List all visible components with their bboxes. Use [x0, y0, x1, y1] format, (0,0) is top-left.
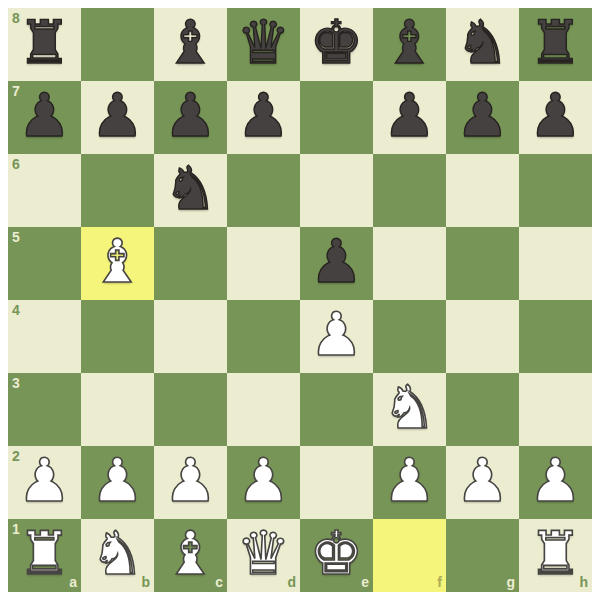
black-knight[interactable]: ♞ [456, 6, 510, 79]
white-pawn[interactable]: ♟ [456, 444, 510, 517]
square-d8[interactable]: ♛ [227, 8, 300, 81]
square-d2[interactable]: ♟ [227, 446, 300, 519]
black-bishop[interactable]: ♝ [164, 6, 218, 79]
square-g5[interactable] [446, 227, 519, 300]
square-b4[interactable] [81, 300, 154, 373]
white-rook[interactable]: ♜ [529, 517, 583, 590]
rank-label-3: 3 [12, 376, 20, 390]
square-a1[interactable]: 1a♜ [8, 519, 81, 592]
black-pawn[interactable]: ♟ [310, 225, 364, 298]
square-b2[interactable]: ♟ [81, 446, 154, 519]
file-label-g: g [506, 575, 515, 589]
black-rook[interactable]: ♜ [18, 6, 72, 79]
square-d7[interactable]: ♟ [227, 81, 300, 154]
white-pawn[interactable]: ♟ [18, 444, 72, 517]
square-e4[interactable]: ♟ [300, 300, 373, 373]
white-pawn[interactable]: ♟ [164, 444, 218, 517]
black-pawn[interactable]: ♟ [18, 79, 72, 152]
square-c7[interactable]: ♟ [154, 81, 227, 154]
square-f7[interactable]: ♟ [373, 81, 446, 154]
square-g2[interactable]: ♟ [446, 446, 519, 519]
black-rook[interactable]: ♜ [529, 6, 583, 79]
square-h7[interactable]: ♟ [519, 81, 592, 154]
black-pawn[interactable]: ♟ [164, 79, 218, 152]
white-pawn[interactable]: ♟ [91, 444, 145, 517]
square-c5[interactable] [154, 227, 227, 300]
white-queen[interactable]: ♛ [237, 517, 291, 590]
square-e2[interactable] [300, 446, 373, 519]
square-f5[interactable] [373, 227, 446, 300]
black-pawn[interactable]: ♟ [237, 79, 291, 152]
black-pawn[interactable]: ♟ [456, 79, 510, 152]
black-pawn[interactable]: ♟ [91, 79, 145, 152]
chess-board: 8♜♝♛♚♝♞♜7♟♟♟♟♟♟♟6♞5♝♟4♟3♞2♟♟♟♟♟♟♟1a♜b♞c♝… [8, 8, 592, 592]
square-b3[interactable] [81, 373, 154, 446]
square-d3[interactable] [227, 373, 300, 446]
square-b6[interactable] [81, 154, 154, 227]
square-g7[interactable]: ♟ [446, 81, 519, 154]
square-b8[interactable] [81, 8, 154, 81]
square-a6[interactable]: 6 [8, 154, 81, 227]
white-bishop[interactable]: ♝ [91, 225, 145, 298]
square-f6[interactable] [373, 154, 446, 227]
square-a8[interactable]: 8♜ [8, 8, 81, 81]
white-bishop[interactable]: ♝ [164, 517, 218, 590]
square-g8[interactable]: ♞ [446, 8, 519, 81]
square-f2[interactable]: ♟ [373, 446, 446, 519]
white-king[interactable]: ♚ [310, 517, 364, 590]
square-e7[interactable] [300, 81, 373, 154]
square-c3[interactable] [154, 373, 227, 446]
black-queen[interactable]: ♛ [237, 6, 291, 79]
white-pawn[interactable]: ♟ [529, 444, 583, 517]
white-pawn[interactable]: ♟ [383, 444, 437, 517]
square-h2[interactable]: ♟ [519, 446, 592, 519]
rank-label-4: 4 [12, 303, 20, 317]
rank-label-6: 6 [12, 157, 20, 171]
square-h3[interactable] [519, 373, 592, 446]
square-g4[interactable] [446, 300, 519, 373]
square-h6[interactable] [519, 154, 592, 227]
square-h5[interactable] [519, 227, 592, 300]
square-f4[interactable] [373, 300, 446, 373]
square-e5[interactable]: ♟ [300, 227, 373, 300]
square-e8[interactable]: ♚ [300, 8, 373, 81]
square-c4[interactable] [154, 300, 227, 373]
black-knight[interactable]: ♞ [164, 152, 218, 225]
square-d6[interactable] [227, 154, 300, 227]
square-d4[interactable] [227, 300, 300, 373]
square-d5[interactable] [227, 227, 300, 300]
square-d1[interactable]: d♛ [227, 519, 300, 592]
white-pawn[interactable]: ♟ [237, 444, 291, 517]
white-pawn[interactable]: ♟ [310, 298, 364, 371]
square-h4[interactable] [519, 300, 592, 373]
square-e1[interactable]: e♚ [300, 519, 373, 592]
square-c6[interactable]: ♞ [154, 154, 227, 227]
white-rook[interactable]: ♜ [18, 517, 72, 590]
square-g6[interactable] [446, 154, 519, 227]
square-c8[interactable]: ♝ [154, 8, 227, 81]
file-label-f: f [437, 575, 442, 589]
page: { "game": "chess", "position": { "fen": … [0, 0, 600, 600]
white-knight[interactable]: ♞ [91, 517, 145, 590]
black-pawn[interactable]: ♟ [529, 79, 583, 152]
white-knight[interactable]: ♞ [383, 371, 437, 444]
square-f1[interactable]: f [373, 519, 446, 592]
black-pawn[interactable]: ♟ [383, 79, 437, 152]
square-h1[interactable]: h♜ [519, 519, 592, 592]
square-b5[interactable]: ♝ [81, 227, 154, 300]
square-c1[interactable]: c♝ [154, 519, 227, 592]
square-c2[interactable]: ♟ [154, 446, 227, 519]
square-a3[interactable]: 3 [8, 373, 81, 446]
square-f3[interactable]: ♞ [373, 373, 446, 446]
black-bishop[interactable]: ♝ [383, 6, 437, 79]
black-king[interactable]: ♚ [310, 6, 364, 79]
square-a5[interactable]: 5 [8, 227, 81, 300]
rank-label-5: 5 [12, 230, 20, 244]
square-e6[interactable] [300, 154, 373, 227]
square-g1[interactable]: g [446, 519, 519, 592]
square-g3[interactable] [446, 373, 519, 446]
square-b7[interactable]: ♟ [81, 81, 154, 154]
square-h8[interactable]: ♜ [519, 8, 592, 81]
square-f8[interactable]: ♝ [373, 8, 446, 81]
square-a4[interactable]: 4 [8, 300, 81, 373]
square-a2[interactable]: 2♟ [8, 446, 81, 519]
square-e3[interactable] [300, 373, 373, 446]
square-a7[interactable]: 7♟ [8, 81, 81, 154]
square-b1[interactable]: b♞ [81, 519, 154, 592]
